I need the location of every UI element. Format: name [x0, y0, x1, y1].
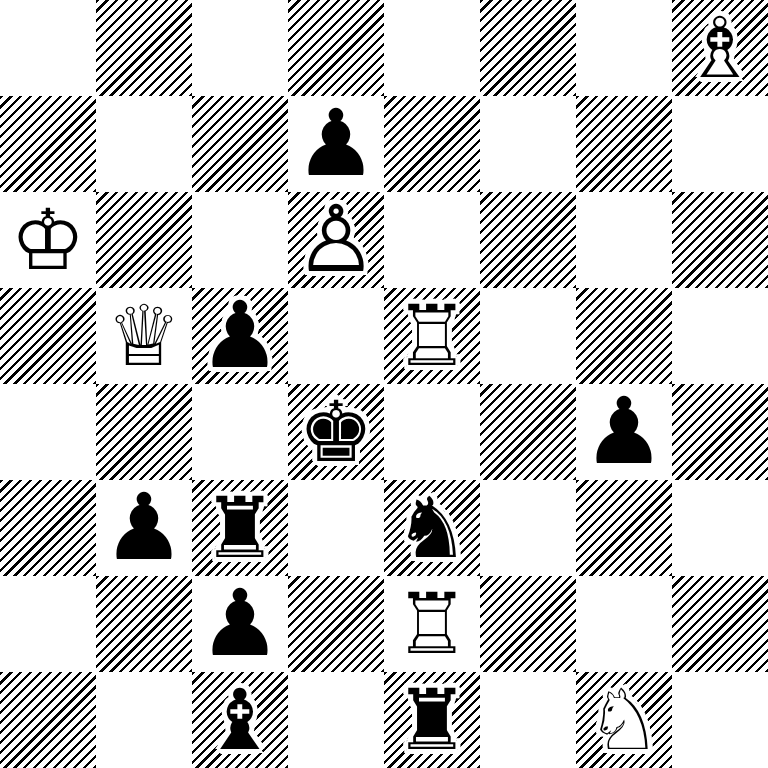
black-rook[interactable]: ♜ — [384, 672, 480, 768]
black-pawn-glyph: ♟ — [288, 96, 384, 192]
square-a8[interactable] — [0, 0, 96, 96]
white-knight[interactable]: ♞♘ — [576, 672, 672, 768]
white-rook-glyph-outline: ♖ — [384, 288, 480, 384]
square-d8[interactable] — [288, 0, 384, 96]
black-pawn-glyph: ♟ — [576, 384, 672, 480]
black-rook-glyph: ♜ — [192, 480, 288, 576]
square-d4[interactable]: ♚ — [288, 384, 384, 480]
square-b4[interactable] — [96, 384, 192, 480]
square-c2[interactable]: ♟ — [192, 576, 288, 672]
black-pawn-glyph: ♟ — [96, 480, 192, 576]
square-f3[interactable] — [480, 480, 576, 576]
square-e3[interactable]: ♞ — [384, 480, 480, 576]
square-h7[interactable] — [672, 96, 768, 192]
square-c5[interactable]: ♟ — [192, 288, 288, 384]
black-pawn-glyph: ♟ — [192, 288, 288, 384]
square-b1[interactable] — [96, 672, 192, 768]
black-pawn[interactable]: ♟ — [288, 96, 384, 192]
white-king[interactable]: ♚♔ — [0, 192, 96, 288]
square-a7[interactable] — [0, 96, 96, 192]
square-g4[interactable]: ♟ — [576, 384, 672, 480]
square-f2[interactable] — [480, 576, 576, 672]
white-bishop[interactable]: ♝♗ — [672, 0, 768, 96]
square-b3[interactable]: ♟ — [96, 480, 192, 576]
square-c4[interactable] — [192, 384, 288, 480]
square-f8[interactable] — [480, 0, 576, 96]
black-rook-glyph: ♜ — [384, 672, 480, 768]
square-g8[interactable] — [576, 0, 672, 96]
square-b2[interactable] — [96, 576, 192, 672]
white-bishop-glyph-outline: ♗ — [672, 0, 768, 96]
black-pawn[interactable]: ♟ — [576, 384, 672, 480]
square-f6[interactable] — [480, 192, 576, 288]
black-bishop-glyph: ♝ — [192, 672, 288, 768]
black-knight-glyph: ♞ — [384, 480, 480, 576]
square-g5[interactable] — [576, 288, 672, 384]
square-d5[interactable] — [288, 288, 384, 384]
square-c7[interactable] — [192, 96, 288, 192]
square-c6[interactable] — [192, 192, 288, 288]
square-g7[interactable] — [576, 96, 672, 192]
square-h8[interactable]: ♝♗ — [672, 0, 768, 96]
square-d3[interactable] — [288, 480, 384, 576]
white-knight-glyph-outline: ♘ — [576, 672, 672, 768]
square-g6[interactable] — [576, 192, 672, 288]
square-e6[interactable] — [384, 192, 480, 288]
square-f4[interactable] — [480, 384, 576, 480]
square-d6[interactable]: ♟♙ — [288, 192, 384, 288]
square-f5[interactable] — [480, 288, 576, 384]
square-d1[interactable] — [288, 672, 384, 768]
square-g2[interactable] — [576, 576, 672, 672]
square-f7[interactable] — [480, 96, 576, 192]
square-a1[interactable] — [0, 672, 96, 768]
square-a6[interactable]: ♚♔ — [0, 192, 96, 288]
square-b7[interactable] — [96, 96, 192, 192]
black-rook[interactable]: ♜ — [192, 480, 288, 576]
square-e4[interactable] — [384, 384, 480, 480]
square-c8[interactable] — [192, 0, 288, 96]
white-rook[interactable]: ♜♖ — [384, 288, 480, 384]
square-b8[interactable] — [96, 0, 192, 96]
square-a5[interactable] — [0, 288, 96, 384]
black-pawn[interactable]: ♟ — [192, 576, 288, 672]
white-rook-glyph-outline: ♖ — [384, 576, 480, 672]
square-e1[interactable]: ♜ — [384, 672, 480, 768]
square-h1[interactable] — [672, 672, 768, 768]
square-c1[interactable]: ♝ — [192, 672, 288, 768]
square-h3[interactable] — [672, 480, 768, 576]
black-pawn[interactable]: ♟ — [192, 288, 288, 384]
black-king[interactable]: ♚ — [288, 384, 384, 480]
square-a3[interactable] — [0, 480, 96, 576]
square-d7[interactable]: ♟ — [288, 96, 384, 192]
white-queen-glyph-outline: ♕ — [96, 288, 192, 384]
black-king-glyph: ♚ — [288, 384, 384, 480]
square-d2[interactable] — [288, 576, 384, 672]
square-e7[interactable] — [384, 96, 480, 192]
white-king-glyph-outline: ♔ — [0, 192, 96, 288]
black-bishop[interactable]: ♝ — [192, 672, 288, 768]
square-b5[interactable]: ♛♕ — [96, 288, 192, 384]
square-b6[interactable] — [96, 192, 192, 288]
square-e5[interactable]: ♜♖ — [384, 288, 480, 384]
square-h2[interactable] — [672, 576, 768, 672]
black-pawn[interactable]: ♟ — [96, 480, 192, 576]
black-pawn-glyph: ♟ — [192, 576, 288, 672]
square-e2[interactable]: ♜♖ — [384, 576, 480, 672]
chess-board: ♝♗♟♚♔♟♙♛♕♟♜♖♚♟♟♜♞♟♜♖♝♜♞♘ — [0, 0, 768, 768]
square-g1[interactable]: ♞♘ — [576, 672, 672, 768]
square-f1[interactable] — [480, 672, 576, 768]
square-h4[interactable] — [672, 384, 768, 480]
white-queen[interactable]: ♛♕ — [96, 288, 192, 384]
square-a4[interactable] — [0, 384, 96, 480]
black-knight[interactable]: ♞ — [384, 480, 480, 576]
square-g3[interactable] — [576, 480, 672, 576]
square-h5[interactable] — [672, 288, 768, 384]
square-e8[interactable] — [384, 0, 480, 96]
white-rook[interactable]: ♜♖ — [384, 576, 480, 672]
square-h6[interactable] — [672, 192, 768, 288]
square-c3[interactable]: ♜ — [192, 480, 288, 576]
white-pawn-glyph-outline: ♙ — [288, 192, 384, 288]
square-a2[interactable] — [0, 576, 96, 672]
white-pawn[interactable]: ♟♙ — [288, 192, 384, 288]
